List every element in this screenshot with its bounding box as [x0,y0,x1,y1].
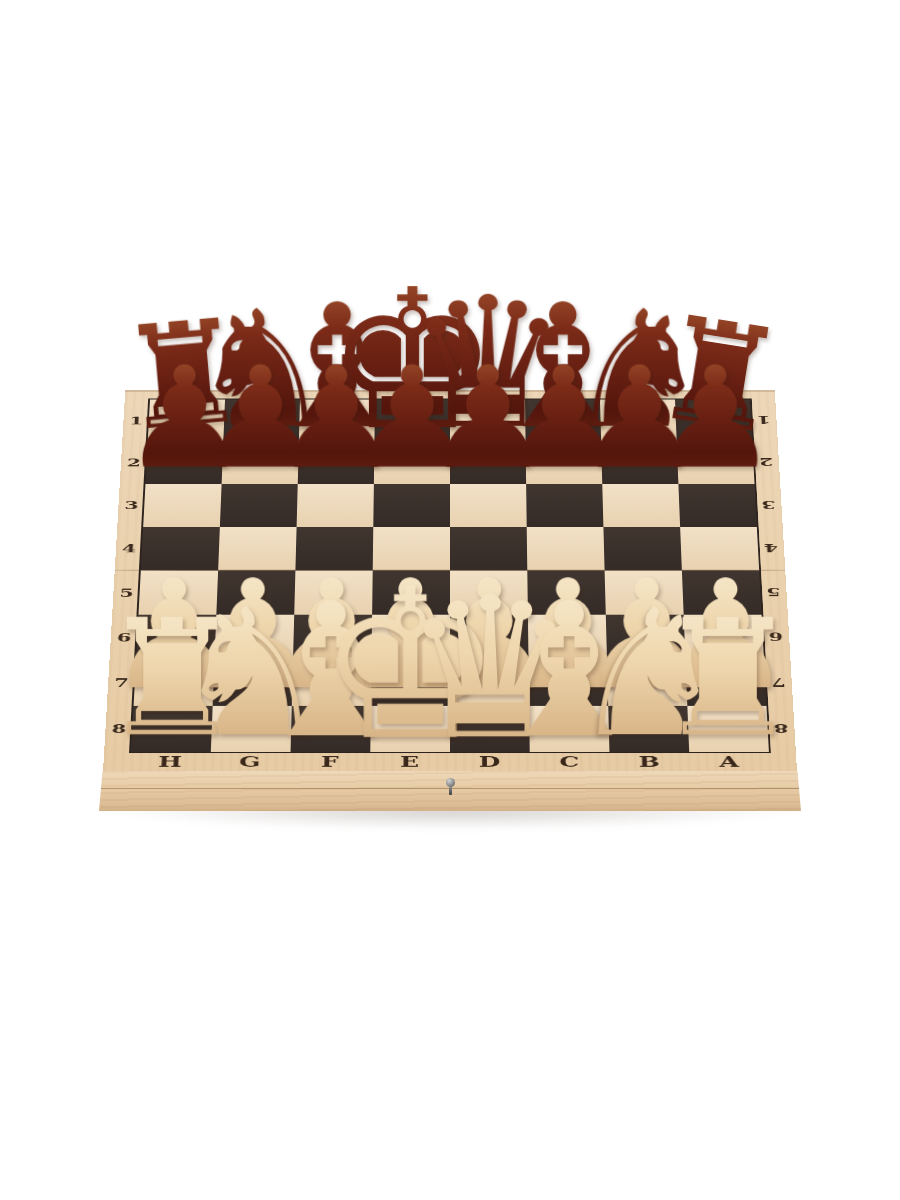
square-d3[interactable] [450,484,527,527]
rank-label-right-3: 3 [755,484,783,527]
file-label-c: C [530,751,610,772]
product-photo: 1122334455667788HGFEDCBA♜♞♝♚♛♝♞♜♟♟♟♟♟♟♟♟… [0,0,900,1200]
square-b3[interactable] [602,484,680,527]
square-f3[interactable] [297,484,374,527]
square-e3[interactable] [373,484,450,527]
board-front-edge [99,771,801,811]
square-g3[interactable] [220,484,298,527]
file-label-e: E [370,751,450,772]
file-label-g: G [210,751,291,772]
square-c3[interactable] [526,484,603,527]
file-label-a: A [689,751,770,772]
file-label-f: F [290,751,370,772]
file-label-d: D [450,751,530,772]
file-label-b: B [609,751,690,772]
square-a3[interactable] [678,484,756,527]
rank-label-left-3: 3 [117,484,145,527]
chess-board: 1122334455667788HGFEDCBA♜♞♝♚♛♝♞♜♟♟♟♟♟♟♟♟… [103,390,797,772]
clasp-pin [446,778,455,787]
square-h3[interactable] [143,484,221,527]
file-label-h: H [130,751,211,772]
